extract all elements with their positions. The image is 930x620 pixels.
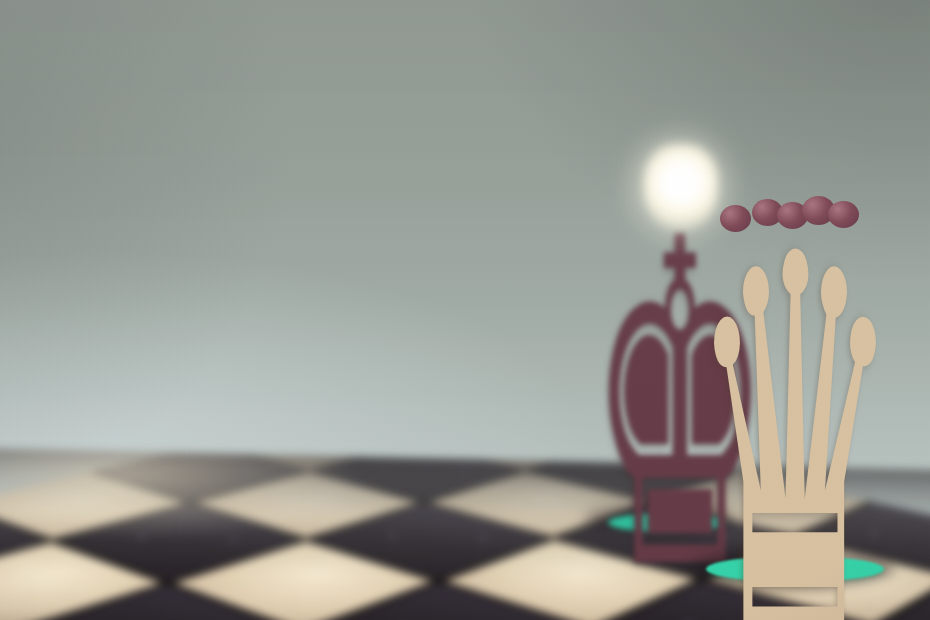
white-queen-piece: ♛ bbox=[700, 195, 890, 585]
chess-photograph: ♚ ♛ bbox=[0, 0, 930, 620]
queen-coronet bbox=[700, 195, 890, 585]
coronet-tip-icon bbox=[828, 201, 859, 228]
coronet-tip-icon bbox=[720, 205, 751, 232]
